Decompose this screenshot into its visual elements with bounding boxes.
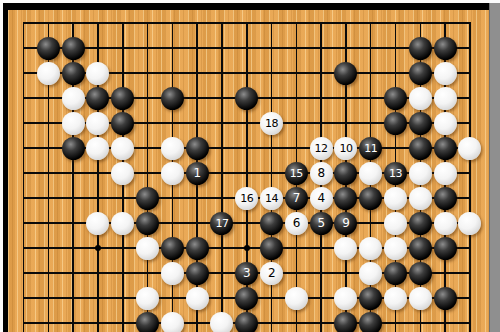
black-stone [434,237,457,260]
move-number: 2 [268,262,275,285]
black-stone [136,212,159,235]
grid-line-vertical [221,22,223,332]
grid-line-vertical [147,22,149,332]
black-stone [62,37,85,60]
white-stone [161,162,184,185]
black-stone [62,62,85,85]
black-stone [111,87,134,110]
black-stone [334,162,357,185]
white-stone [434,87,457,110]
black-stone [409,262,432,285]
black-stone [161,237,184,260]
white-stone [285,287,308,310]
black-stone [409,37,432,60]
white-stone [359,162,382,185]
white-stone: 14 [260,187,283,210]
move-number: 17 [215,212,228,235]
white-stone [409,287,432,310]
white-stone [434,112,457,135]
move-number: 11 [364,137,377,160]
white-stone [458,137,481,160]
black-stone [235,312,258,332]
white-stone [86,212,109,235]
white-stone [210,312,233,332]
white-stone: 8 [310,162,333,185]
black-stone: 13 [384,162,407,185]
white-stone [62,87,85,110]
black-stone [186,262,209,285]
black-stone [260,212,283,235]
white-stone [384,287,407,310]
move-number: 6 [293,212,300,235]
black-stone [434,187,457,210]
grid-line-horizontal [23,22,471,24]
black-stone [62,137,85,160]
black-stone [384,87,407,110]
white-stone: 18 [260,112,283,135]
white-stone [359,237,382,260]
move-number: 18 [265,112,278,135]
black-stone [359,312,382,332]
white-stone [384,237,407,260]
move-number: 5 [318,212,325,235]
black-stone: 1 [186,162,209,185]
white-stone [62,112,85,135]
black-stone [334,312,357,332]
grid-line-vertical [246,22,248,332]
black-stone: 9 [334,212,357,235]
black-stone [186,137,209,160]
black-stone [384,112,407,135]
board-frame-top [3,3,489,10]
grid-line-vertical [469,22,471,332]
move-number: 13 [389,162,402,185]
black-stone [359,187,382,210]
white-stone [409,87,432,110]
white-stone [458,212,481,235]
black-stone [359,287,382,310]
white-stone [409,162,432,185]
white-stone [334,237,357,260]
white-stone [161,137,184,160]
black-stone [111,112,134,135]
white-stone [111,212,134,235]
black-stone [409,237,432,260]
white-stone [161,312,184,332]
move-number: 7 [293,187,300,210]
star-point [244,245,250,251]
black-stone [136,187,159,210]
black-stone [235,287,258,310]
white-stone: 2 [260,262,283,285]
black-stone: 7 [285,187,308,210]
white-stone [86,137,109,160]
move-number: 4 [318,187,325,210]
white-stone [111,137,134,160]
grid-line-horizontal [23,47,471,49]
white-stone [37,62,60,85]
black-stone: 17 [210,212,233,235]
white-stone [86,112,109,135]
black-stone [409,212,432,235]
move-number: 8 [318,162,325,185]
star-point [95,245,101,251]
white-stone [111,162,134,185]
black-stone [409,62,432,85]
black-stone [409,137,432,160]
black-stone [434,137,457,160]
black-stone [260,237,283,260]
white-stone [384,212,407,235]
white-stone [434,62,457,85]
move-number: 9 [342,212,349,235]
black-stone [86,87,109,110]
white-stone [434,212,457,235]
black-stone [434,287,457,310]
move-number: 16 [240,187,253,210]
white-stone [136,237,159,260]
white-stone: 6 [285,212,308,235]
black-stone [37,37,60,60]
move-number: 1 [194,162,201,185]
black-stone [235,87,258,110]
black-stone [434,37,457,60]
white-stone [161,262,184,285]
white-stone [434,162,457,185]
move-number: 15 [290,162,303,185]
move-number: 3 [243,262,250,285]
go-diagram: 181210111158131614741765932 [0,0,500,332]
white-stone [186,287,209,310]
go-board-surface[interactable]: 181210111158131614741765932 [8,10,489,332]
black-stone [136,312,159,332]
grid-line-vertical [23,22,25,332]
right-edge-strip [489,3,500,332]
move-number: 12 [315,137,328,160]
move-number: 14 [265,187,278,210]
white-stone [334,287,357,310]
white-stone [86,62,109,85]
black-stone: 11 [359,137,382,160]
white-stone [409,187,432,210]
black-stone: 15 [285,162,308,185]
black-stone [384,262,407,285]
black-stone: 5 [310,212,333,235]
white-stone: 10 [334,137,357,160]
grid-line-vertical [271,22,273,332]
white-stone [384,187,407,210]
black-stone [409,112,432,135]
move-number: 10 [339,137,352,160]
black-stone [186,237,209,260]
black-stone [161,87,184,110]
black-stone [334,187,357,210]
black-stone: 3 [235,262,258,285]
black-stone [334,62,357,85]
white-stone [359,262,382,285]
white-stone [136,287,159,310]
white-stone: 16 [235,187,258,210]
white-stone: 4 [310,187,333,210]
white-stone: 12 [310,137,333,160]
